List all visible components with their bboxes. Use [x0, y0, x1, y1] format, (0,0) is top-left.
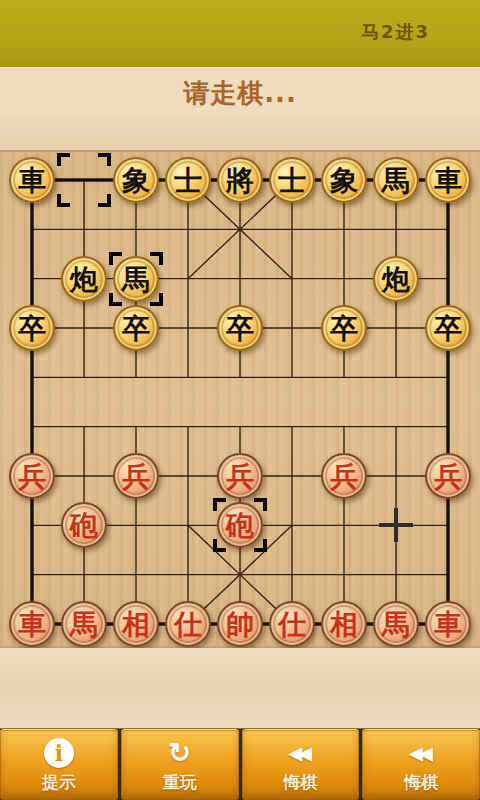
piece-black-卒[interactable]: 卒 — [425, 305, 471, 351]
piece-red-兵[interactable]: 兵 — [425, 453, 471, 499]
piece-black-炮[interactable]: 炮 — [373, 256, 419, 302]
piece-red-兵[interactable]: 兵 — [217, 453, 263, 499]
piece-black-卒[interactable]: 卒 — [321, 305, 367, 351]
piece-black-將[interactable]: 將 — [217, 157, 263, 203]
piece-black-車[interactable]: 車 — [425, 157, 471, 203]
undo-button-label: 悔棋 — [242, 771, 360, 794]
undo-button[interactable]: ◀◀ 悔棋 — [242, 729, 360, 800]
move-banner: 马2进3 — [0, 0, 480, 67]
piece-black-車[interactable]: 車 — [9, 157, 55, 203]
piece-red-兵[interactable]: 兵 — [9, 453, 55, 499]
rewind-icon: ◀◀ — [410, 743, 433, 764]
toolbar: i 提示 ↻ 重玩 ◀◀ 悔棋 ◀◀ 悔棋 — [0, 728, 480, 800]
piece-black-士[interactable]: 士 — [165, 157, 211, 203]
piece-red-砲[interactable]: 砲 — [217, 502, 263, 548]
rewind-icon: ◀◀ — [289, 743, 312, 764]
replay-icon: ↻ — [168, 737, 191, 769]
last-move-label: 马2进3 — [361, 20, 430, 44]
piece-red-馬[interactable]: 馬 — [373, 601, 419, 647]
piece-red-車[interactable]: 車 — [9, 601, 55, 647]
piece-red-車[interactable]: 車 — [425, 601, 471, 647]
piece-black-卒[interactable]: 卒 — [113, 305, 159, 351]
piece-red-兵[interactable]: 兵 — [113, 453, 159, 499]
board-grid — [0, 152, 480, 650]
undo-button-2-label: 悔棋 — [362, 771, 480, 794]
turn-prompt: 请走棋... — [0, 76, 480, 111]
piece-red-兵[interactable]: 兵 — [321, 453, 367, 499]
xiangqi-app: 马2进3 请走棋... 車象士將士象馬車炮馬炮卒卒卒卒卒兵兵兵兵兵砲砲車馬相仕帥… — [0, 0, 480, 800]
piece-black-馬[interactable]: 馬 — [373, 157, 419, 203]
piece-black-象[interactable]: 象 — [321, 157, 367, 203]
piece-red-馬[interactable]: 馬 — [61, 601, 107, 647]
replay-button-label: 重玩 — [121, 771, 239, 794]
info-icon: i — [44, 738, 74, 768]
hint-button-label: 提示 — [0, 771, 118, 794]
piece-black-象[interactable]: 象 — [113, 157, 159, 203]
piece-black-卒[interactable]: 卒 — [217, 305, 263, 351]
piece-black-馬[interactable]: 馬 — [113, 256, 159, 302]
piece-red-相[interactable]: 相 — [321, 601, 367, 647]
prompt-bar: 请走棋... — [0, 67, 480, 116]
table-surface-bottom — [0, 648, 480, 728]
piece-black-士[interactable]: 士 — [269, 157, 315, 203]
piece-red-帥[interactable]: 帥 — [217, 601, 263, 647]
replay-button[interactable]: ↻ 重玩 — [121, 729, 239, 800]
xiangqi-board[interactable]: 車象士將士象馬車炮馬炮卒卒卒卒卒兵兵兵兵兵砲砲車馬相仕帥仕相馬車 — [0, 150, 480, 648]
table-surface-top — [0, 115, 480, 150]
piece-red-仕[interactable]: 仕 — [269, 601, 315, 647]
piece-red-砲[interactable]: 砲 — [61, 502, 107, 548]
undo-button-2[interactable]: ◀◀ 悔棋 — [362, 729, 480, 800]
piece-red-相[interactable]: 相 — [113, 601, 159, 647]
piece-red-仕[interactable]: 仕 — [165, 601, 211, 647]
piece-black-炮[interactable]: 炮 — [61, 256, 107, 302]
piece-black-卒[interactable]: 卒 — [9, 305, 55, 351]
hint-button[interactable]: i 提示 — [0, 729, 118, 800]
